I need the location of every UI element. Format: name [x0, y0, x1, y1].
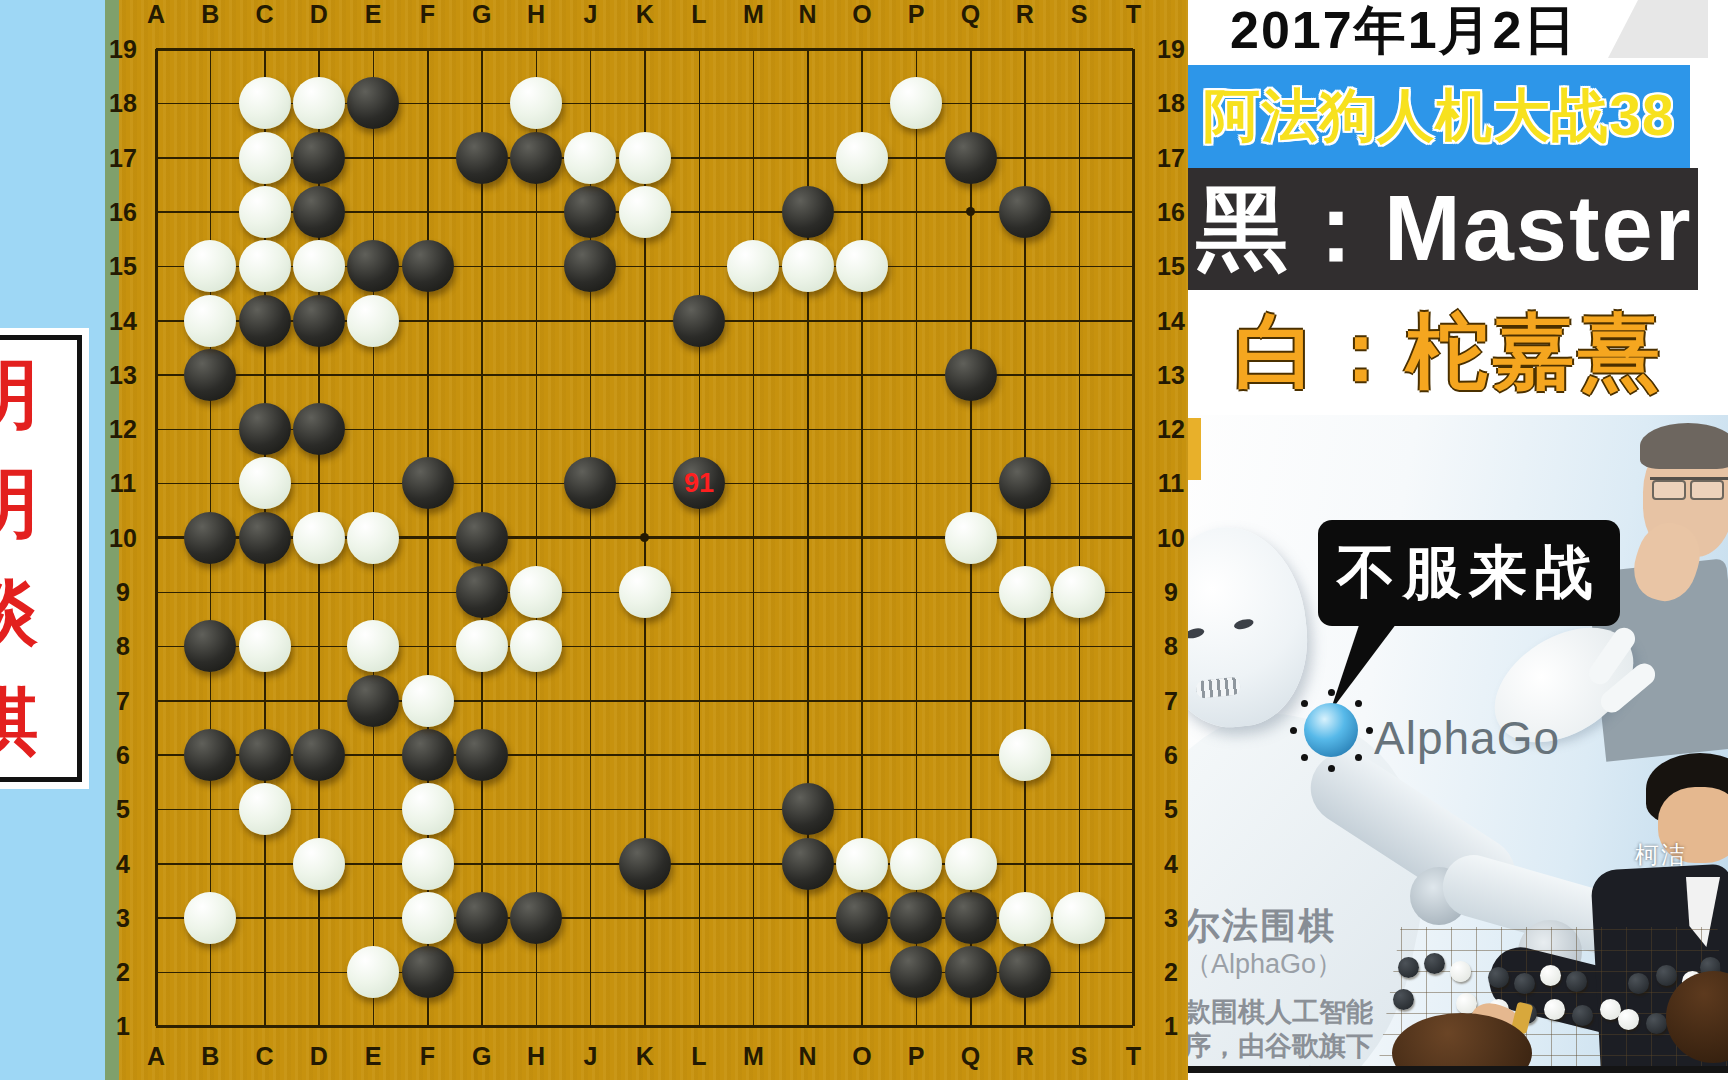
- spectator-glasses-icon: [1650, 477, 1728, 498]
- coord-right: 3: [1153, 905, 1189, 931]
- speech-bubble-tail: [1330, 620, 1426, 712]
- photo-stone: [1514, 973, 1535, 994]
- white-stone-F3: [402, 892, 454, 944]
- white-player-line: 白：柁嘉熹: [1188, 290, 1728, 415]
- coord-bottom: F: [413, 1043, 443, 1069]
- white-stone-C8: [239, 620, 291, 672]
- black-stone-Q17: [945, 132, 997, 184]
- white-stone-K9: [619, 566, 671, 618]
- coord-left: 14: [107, 308, 139, 334]
- black-stone-C10: [239, 512, 291, 564]
- black-stone-B13: [184, 349, 236, 401]
- screenshot-stage: 明明谈棋 AABBCCDDEEFFGGHHJJKKLLMMNNOOPPQQRRS…: [0, 0, 1728, 1080]
- black-stone-G9: [456, 566, 508, 618]
- date-bar: 2017年1月2日: [1188, 0, 1728, 65]
- coord-right: 12: [1153, 416, 1189, 442]
- black-stone-R16: [999, 186, 1051, 238]
- white-stone-C17: [239, 132, 291, 184]
- white-stone-O15: [836, 240, 888, 292]
- white-stone-O17: [836, 132, 888, 184]
- black-stone-Q2: [945, 946, 997, 998]
- coord-bottom: S: [1064, 1043, 1094, 1069]
- coord-top: S: [1064, 1, 1094, 27]
- channel-name-char: 棋: [0, 685, 38, 759]
- coord-bottom: G: [467, 1043, 497, 1069]
- series-title: 阿法狗人机大战38: [1203, 78, 1674, 155]
- coord-left: 3: [107, 905, 139, 931]
- white-stone-E14: [347, 295, 399, 347]
- coord-bottom: J: [575, 1043, 605, 1069]
- coord-right: 7: [1153, 688, 1189, 714]
- white-stone-S3: [1053, 892, 1105, 944]
- photo-stone: [1656, 965, 1677, 986]
- photo-stone: [1393, 989, 1414, 1010]
- black-stone-C6: [239, 729, 291, 781]
- coord-top: C: [250, 1, 280, 27]
- white-stone-E2: [347, 946, 399, 998]
- photo-stone: [1450, 961, 1471, 982]
- coord-top: Q: [956, 1, 986, 27]
- photo-stone: [1398, 957, 1419, 978]
- black-stone-H3: [510, 892, 562, 944]
- black-stone-D12: [293, 403, 345, 455]
- coord-bottom: H: [521, 1043, 551, 1069]
- caption-line: 尔法围棋: [1188, 903, 1375, 948]
- white-stone-E10: [347, 512, 399, 564]
- info-panel: 2017年1月2日 阿法狗人机大战38 黑：Master 白：柁嘉熹: [1188, 0, 1728, 1080]
- coord-left: 2: [107, 959, 139, 985]
- robot-eye-icon: [1188, 627, 1205, 641]
- black-stone-G3: [456, 892, 508, 944]
- coord-bottom: Q: [956, 1043, 986, 1069]
- coord-top: G: [467, 1, 497, 27]
- coord-right: 16: [1153, 199, 1189, 225]
- coord-top: H: [521, 1, 551, 27]
- photo-accent-strip: [1188, 418, 1201, 480]
- coord-left: 1: [107, 1013, 139, 1039]
- caption-line: 款围棋人工智能: [1188, 996, 1375, 1030]
- white-stone-K16: [619, 186, 671, 238]
- coord-bottom: R: [1010, 1043, 1040, 1069]
- coord-top: T: [1118, 1, 1148, 27]
- coord-left: 11: [107, 470, 139, 496]
- white-stone-C18: [239, 77, 291, 129]
- spectator-hair: [1640, 423, 1728, 469]
- grid-hline: [156, 809, 1133, 811]
- black-stone-Q13: [945, 349, 997, 401]
- coord-top: O: [847, 1, 877, 27]
- white-stone-D4: [293, 838, 345, 890]
- photo-stone: [1540, 965, 1561, 986]
- white-stone-B15: [184, 240, 236, 292]
- alphago-logo-text: AlphaGo: [1374, 711, 1560, 765]
- coord-right: 9: [1153, 579, 1189, 605]
- black-stone-N5: [782, 783, 834, 835]
- kejie-name-tag: 柯洁: [1635, 839, 1687, 871]
- white-stone-Q10: [945, 512, 997, 564]
- white-stone-H9: [510, 566, 562, 618]
- grid-hline: [156, 646, 1133, 648]
- coord-left: 16: [107, 199, 139, 225]
- coord-bottom: N: [793, 1043, 823, 1069]
- white-stone-H8: [510, 620, 562, 672]
- grid-hline: [156, 1025, 1133, 1028]
- coord-right: 11: [1153, 470, 1189, 496]
- black-stone-N4: [782, 838, 834, 890]
- photo-stone: [1544, 999, 1565, 1020]
- coord-right: 17: [1153, 145, 1189, 171]
- corner-decoration: [1608, 0, 1708, 58]
- black-stone-E7: [347, 675, 399, 727]
- coord-left: 18: [107, 90, 139, 116]
- robot-head: [1188, 520, 1316, 735]
- coord-right: 8: [1153, 633, 1189, 659]
- coord-top: R: [1010, 1, 1040, 27]
- white-stone-R3: [999, 892, 1051, 944]
- white-stone-B14: [184, 295, 236, 347]
- coord-left: 17: [107, 145, 139, 171]
- photo-stone: [1488, 967, 1509, 988]
- robot-eye-icon: [1233, 617, 1255, 631]
- coord-left: 9: [107, 579, 139, 605]
- black-player-banner: 黑：Master: [1188, 168, 1698, 290]
- white-stone-C16: [239, 186, 291, 238]
- coord-left: 13: [107, 362, 139, 388]
- white-stone-O4: [836, 838, 888, 890]
- coord-left: 19: [107, 36, 139, 62]
- grid-hline: [156, 483, 1133, 485]
- white-stone-N15: [782, 240, 834, 292]
- grid-hline: [156, 700, 1133, 702]
- coord-top: N: [793, 1, 823, 27]
- black-stone-Q3: [945, 892, 997, 944]
- black-stone-C12: [239, 403, 291, 455]
- white-stone-E8: [347, 620, 399, 672]
- black-stone-D14: [293, 295, 345, 347]
- robot-mouth-icon: [1195, 676, 1241, 699]
- coord-bottom: C: [250, 1043, 280, 1069]
- black-stone-B6: [184, 729, 236, 781]
- white-player-label: 白：柁嘉熹: [1188, 298, 1664, 408]
- coord-top: A: [141, 1, 171, 27]
- channel-name-char: 谈: [0, 576, 38, 650]
- coord-top: E: [358, 1, 388, 27]
- photo-stone: [1646, 1013, 1667, 1034]
- black-stone-K4: [619, 838, 671, 890]
- coord-bottom: B: [195, 1043, 225, 1069]
- white-stone-D10: [293, 512, 345, 564]
- photo-caption: 尔法围棋（AlphaGo）款围棋人工智能序，由谷歌旗下eepMind公司开: [1188, 903, 1375, 1073]
- white-stone-F7: [402, 675, 454, 727]
- coord-bottom: T: [1118, 1043, 1148, 1069]
- white-stone-R9: [999, 566, 1051, 618]
- coord-top: P: [901, 1, 931, 27]
- coord-bottom: M: [738, 1043, 768, 1069]
- black-stone-G10: [456, 512, 508, 564]
- coord-left: 12: [107, 416, 139, 442]
- coord-right: 18: [1153, 90, 1189, 116]
- channel-name-char: 明: [0, 358, 38, 432]
- star-point: [966, 207, 975, 216]
- black-stone-H17: [510, 132, 562, 184]
- game-date: 2017年1月2日: [1230, 0, 1578, 66]
- coord-bottom: K: [630, 1043, 660, 1069]
- black-stone-J15: [564, 240, 616, 292]
- star-point: [640, 533, 649, 542]
- go-board[interactable]: AABBCCDDEEFFGGHHJJKKLLMMNNOOPPQQRRSSTT19…: [119, 0, 1188, 1080]
- black-stone-P2: [890, 946, 942, 998]
- white-stone-D18: [293, 77, 345, 129]
- coord-top: L: [684, 1, 714, 27]
- photo-stone: [1566, 971, 1587, 992]
- black-stone-C14: [239, 295, 291, 347]
- black-stone-O3: [836, 892, 888, 944]
- grid-hline: [156, 48, 1133, 51]
- white-stone-C11: [239, 457, 291, 509]
- photo-stone: [1424, 953, 1445, 974]
- coord-left: 10: [107, 525, 139, 551]
- white-stone-R6: [999, 729, 1051, 781]
- black-stone-J11: [564, 457, 616, 509]
- black-stone-P3: [890, 892, 942, 944]
- coord-top: M: [738, 1, 768, 27]
- coord-bottom: E: [358, 1043, 388, 1069]
- coord-left: 4: [107, 851, 139, 877]
- coord-top: B: [195, 1, 225, 27]
- black-stone-L11: 91: [673, 457, 725, 509]
- white-stone-B3: [184, 892, 236, 944]
- white-stone-H18: [510, 77, 562, 129]
- coord-right: 2: [1153, 959, 1189, 985]
- black-stone-D17: [293, 132, 345, 184]
- coord-left: 15: [107, 253, 139, 279]
- coord-right: 13: [1153, 362, 1189, 388]
- black-stone-D6: [293, 729, 345, 781]
- alphago-logo-sphere-icon: [1304, 703, 1358, 757]
- speech-bubble-text: 不服来战: [1337, 534, 1601, 612]
- white-stone-F4: [402, 838, 454, 890]
- channel-name-char: 明: [0, 467, 38, 541]
- coord-left: 5: [107, 796, 139, 822]
- coord-bottom: L: [684, 1043, 714, 1069]
- caption-line: （AlphaGo）: [1188, 948, 1375, 982]
- black-stone-L14: [673, 295, 725, 347]
- black-stone-D16: [293, 186, 345, 238]
- black-stone-J16: [564, 186, 616, 238]
- coord-bottom: D: [304, 1043, 334, 1069]
- white-stone-C15: [239, 240, 291, 292]
- caption-line: 序，由谷歌旗下: [1188, 1030, 1375, 1064]
- channel-name-box: 明明谈棋: [0, 335, 82, 782]
- white-stone-F5: [402, 783, 454, 835]
- black-stone-E18: [347, 77, 399, 129]
- white-stone-K17: [619, 132, 671, 184]
- white-stone-D15: [293, 240, 345, 292]
- white-stone-J17: [564, 132, 616, 184]
- black-stone-F6: [402, 729, 454, 781]
- series-title-banner: 阿法狗人机大战38: [1188, 65, 1690, 168]
- photo-stone: [1618, 1009, 1639, 1030]
- white-stone-C5: [239, 783, 291, 835]
- coord-right: 19: [1153, 36, 1189, 62]
- coord-top: J: [575, 1, 605, 27]
- white-stone-Q4: [945, 838, 997, 890]
- coord-right: 5: [1153, 796, 1189, 822]
- coord-right: 4: [1153, 851, 1189, 877]
- photo-bottom-strip: [1188, 1066, 1728, 1073]
- left-sidebar: 明明谈棋: [0, 0, 105, 1080]
- coord-bottom: P: [901, 1043, 931, 1069]
- coord-top: F: [413, 1, 443, 27]
- last-move-number: 91: [673, 457, 725, 509]
- black-stone-F15: [402, 240, 454, 292]
- black-stone-G6: [456, 729, 508, 781]
- coord-left: 7: [107, 688, 139, 714]
- photo-stone: [1572, 1005, 1593, 1026]
- coord-left: 8: [107, 633, 139, 659]
- photo-stone: [1628, 973, 1649, 994]
- coord-right: 10: [1153, 525, 1189, 551]
- black-stone-N16: [782, 186, 834, 238]
- coord-bottom: O: [847, 1043, 877, 1069]
- black-stone-G17: [456, 132, 508, 184]
- black-stone-R2: [999, 946, 1051, 998]
- speech-bubble: 不服来战: [1318, 520, 1620, 626]
- black-stone-R11: [999, 457, 1051, 509]
- alphago-photo: 不服来战 AlphaGo 柯洁 尔法围棋（AlphaGo）款围棋人工智能序，由谷…: [1188, 415, 1728, 1073]
- coord-right: 6: [1153, 742, 1189, 768]
- black-stone-B10: [184, 512, 236, 564]
- black-player-label: 黑：Master: [1188, 167, 1693, 291]
- white-stone-S9: [1053, 566, 1105, 618]
- white-stone-P4: [890, 838, 942, 890]
- coord-top: K: [630, 1, 660, 27]
- black-stone-F2: [402, 946, 454, 998]
- black-stone-B8: [184, 620, 236, 672]
- white-stone-M15: [727, 240, 779, 292]
- black-stone-E15: [347, 240, 399, 292]
- coord-right: 14: [1153, 308, 1189, 334]
- coord-right: 15: [1153, 253, 1189, 279]
- black-stone-F11: [402, 457, 454, 509]
- coord-right: 1: [1153, 1013, 1189, 1039]
- white-stone-G8: [456, 620, 508, 672]
- white-stone-P18: [890, 77, 942, 129]
- coord-left: 6: [107, 742, 139, 768]
- coord-bottom: A: [141, 1043, 171, 1069]
- coord-top: D: [304, 1, 334, 27]
